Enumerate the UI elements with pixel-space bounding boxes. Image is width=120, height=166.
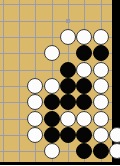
board-bottom-edge [0,162,120,166]
black-stone [60,78,76,94]
white-stone [93,127,109,143]
board-grid-hline [0,4,113,5]
black-stone [76,78,92,94]
white-stone [76,29,92,45]
white-stone [44,45,60,61]
black-stone [44,127,60,143]
board-grid-hline [0,21,113,22]
black-stone [93,143,109,159]
white-stone [27,127,43,143]
white-stone [44,143,60,159]
black-stone [44,111,60,127]
board-grid-vline [19,0,20,163]
white-stone [27,111,43,127]
white-stone [76,62,92,78]
white-stone [27,78,43,94]
black-stone [60,62,76,78]
black-stone [76,127,92,143]
white-stone [93,94,109,110]
black-stone [44,94,60,110]
hoshi-star-point [66,19,70,23]
black-stone [60,94,76,110]
white-stone [44,78,60,94]
white-stone [93,62,109,78]
white-stone [109,143,120,159]
board-grid-vline [3,0,4,163]
black-stone [76,45,92,61]
white-stone [27,94,43,110]
white-stone [93,111,109,127]
white-stone [60,29,76,45]
white-stone [60,111,76,127]
white-stone [93,29,109,45]
white-stone [109,127,120,143]
black-stone [60,127,76,143]
white-stone [76,111,92,127]
go-board-diagram[interactable] [0,0,120,165]
black-stone [76,94,92,110]
white-stone [93,78,109,94]
black-stone [76,143,92,159]
black-stone [93,45,109,61]
